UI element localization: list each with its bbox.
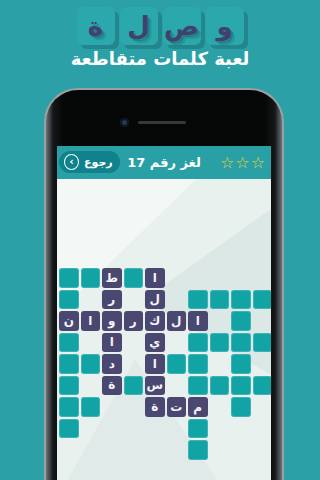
logo-tile: ل bbox=[120, 7, 158, 45]
letter-cell[interactable]: ا bbox=[102, 333, 122, 353]
board-void bbox=[59, 440, 79, 460]
puzzle-board: طارلناوركلاايداةسةتم bbox=[57, 179, 271, 480]
empty-cell[interactable] bbox=[59, 376, 79, 396]
board-void bbox=[210, 397, 230, 417]
empty-cell[interactable] bbox=[59, 397, 79, 417]
star-icon: ☆ bbox=[251, 153, 266, 172]
empty-cell[interactable] bbox=[253, 290, 272, 310]
letter-cell[interactable]: ط bbox=[102, 268, 122, 288]
letter-cell[interactable]: ن bbox=[59, 311, 79, 331]
letter-cell[interactable]: ر bbox=[124, 311, 144, 331]
board-void bbox=[231, 440, 251, 460]
board-void bbox=[81, 440, 101, 460]
empty-cell[interactable] bbox=[81, 354, 101, 374]
empty-cell[interactable] bbox=[253, 376, 272, 396]
board-void bbox=[81, 333, 101, 353]
board-void bbox=[231, 268, 251, 288]
letter-cell[interactable]: ت bbox=[167, 397, 187, 417]
empty-cell[interactable] bbox=[231, 354, 251, 374]
board-void bbox=[253, 397, 272, 417]
board-void bbox=[124, 333, 144, 353]
empty-cell[interactable] bbox=[81, 397, 101, 417]
app-logo: ةلصو bbox=[0, 7, 320, 45]
board-void bbox=[124, 440, 144, 460]
logo-tile: و bbox=[206, 7, 244, 45]
empty-cell[interactable] bbox=[167, 354, 187, 374]
letter-cell[interactable]: ا bbox=[81, 311, 101, 331]
empty-cell[interactable] bbox=[210, 290, 230, 310]
letter-cell[interactable]: ل bbox=[167, 311, 187, 331]
board-void bbox=[102, 419, 122, 439]
empty-cell[interactable] bbox=[59, 268, 79, 288]
empty-cell[interactable] bbox=[188, 290, 208, 310]
board-void bbox=[253, 311, 272, 331]
game-screen: ‹ رجوع لغز رقم 17 ☆☆☆ طارلناوركلاايداةسة… bbox=[57, 146, 271, 480]
empty-cell[interactable] bbox=[59, 333, 79, 353]
star-rating: ☆☆☆ bbox=[220, 146, 266, 179]
letter-cell[interactable]: ا bbox=[188, 311, 208, 331]
empty-cell[interactable] bbox=[210, 376, 230, 396]
board-void bbox=[210, 440, 230, 460]
board-void bbox=[81, 376, 101, 396]
board-void bbox=[167, 268, 187, 288]
empty-cell[interactable] bbox=[210, 333, 230, 353]
speaker-icon bbox=[138, 121, 186, 124]
board-void bbox=[167, 376, 187, 396]
board-void bbox=[102, 440, 122, 460]
app-tagline: لعبة كلمات متقاطعة bbox=[0, 48, 320, 69]
empty-cell[interactable] bbox=[188, 376, 208, 396]
empty-cell[interactable] bbox=[188, 440, 208, 460]
empty-cell[interactable] bbox=[188, 354, 208, 374]
letter-cell[interactable]: ل bbox=[145, 290, 165, 310]
board-void bbox=[124, 354, 144, 374]
empty-cell[interactable] bbox=[188, 333, 208, 353]
star-icon: ☆ bbox=[220, 153, 235, 172]
empty-cell[interactable] bbox=[59, 354, 79, 374]
board-void bbox=[231, 419, 251, 439]
empty-cell[interactable] bbox=[124, 268, 144, 288]
letter-cell[interactable]: د bbox=[102, 354, 122, 374]
empty-cell[interactable] bbox=[231, 290, 251, 310]
letter-cell[interactable]: ة bbox=[145, 397, 165, 417]
board-void bbox=[102, 397, 122, 417]
star-icon: ☆ bbox=[235, 153, 250, 172]
board-void bbox=[167, 333, 187, 353]
letter-cell[interactable]: م bbox=[188, 397, 208, 417]
camera-icon bbox=[120, 118, 129, 127]
board-void bbox=[145, 419, 165, 439]
crossword-grid: طارلناوركلاايداةسةتم bbox=[59, 268, 271, 460]
empty-cell[interactable] bbox=[188, 419, 208, 439]
board-void bbox=[167, 440, 187, 460]
empty-cell[interactable] bbox=[253, 333, 272, 353]
empty-cell[interactable] bbox=[231, 376, 251, 396]
board-void bbox=[145, 440, 165, 460]
board-void bbox=[188, 268, 208, 288]
logo-tile: ة bbox=[77, 7, 115, 45]
board-void bbox=[253, 268, 272, 288]
board-void bbox=[167, 419, 187, 439]
empty-cell[interactable] bbox=[59, 419, 79, 439]
board-void bbox=[167, 290, 187, 310]
letter-cell[interactable]: ك bbox=[145, 311, 165, 331]
letter-cell[interactable]: ا bbox=[145, 354, 165, 374]
board-void bbox=[210, 354, 230, 374]
board-void bbox=[210, 268, 230, 288]
board-void bbox=[124, 397, 144, 417]
empty-cell[interactable] bbox=[124, 376, 144, 396]
board-void bbox=[253, 354, 272, 374]
board-void bbox=[124, 290, 144, 310]
empty-cell[interactable] bbox=[59, 290, 79, 310]
logo-tile: ص bbox=[163, 7, 201, 45]
letter-cell[interactable]: ي bbox=[145, 333, 165, 353]
board-void bbox=[253, 440, 272, 460]
empty-cell[interactable] bbox=[231, 333, 251, 353]
letter-cell[interactable]: ا bbox=[145, 268, 165, 288]
empty-cell[interactable] bbox=[231, 397, 251, 417]
letter-cell[interactable]: ة bbox=[102, 376, 122, 396]
letter-cell[interactable]: س bbox=[145, 376, 165, 396]
header-bar: ‹ رجوع لغز رقم 17 ☆☆☆ bbox=[57, 146, 271, 179]
letter-cell[interactable]: ر bbox=[102, 290, 122, 310]
board-void bbox=[210, 311, 230, 331]
empty-cell[interactable] bbox=[231, 311, 251, 331]
board-void bbox=[81, 290, 101, 310]
board-void bbox=[253, 419, 272, 439]
phone-mockup: ‹ رجوع لغز رقم 17 ☆☆☆ طارلناوركلاايداةسة… bbox=[44, 88, 284, 480]
letter-cell[interactable]: و bbox=[102, 311, 122, 331]
board-void bbox=[81, 419, 101, 439]
board-void bbox=[124, 419, 144, 439]
empty-cell[interactable] bbox=[81, 268, 101, 288]
board-void bbox=[210, 419, 230, 439]
